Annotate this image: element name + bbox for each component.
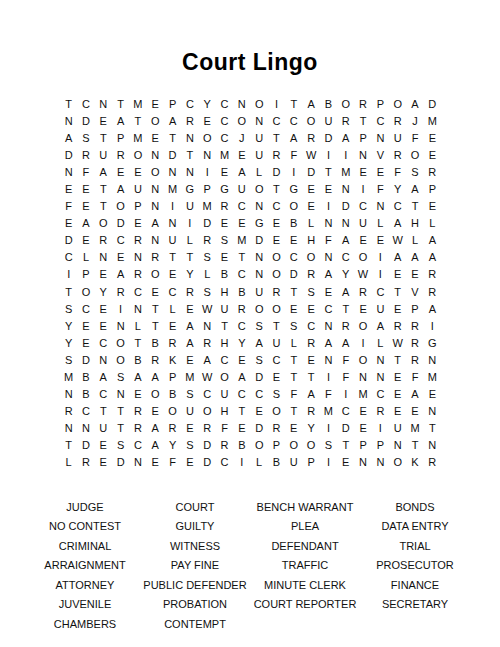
grid-cell[interactable]: G [181, 181, 198, 198]
grid-cell[interactable]: L [199, 266, 216, 283]
grid-cell[interactable]: O [199, 130, 216, 147]
grid-cell[interactable]: H [302, 232, 319, 249]
grid-cell[interactable]: N [372, 369, 389, 386]
grid-cell[interactable]: T [337, 437, 354, 454]
grid-cell[interactable]: N [147, 232, 164, 249]
grid-cell[interactable]: O [147, 266, 164, 283]
grid-cell[interactable]: E [77, 335, 94, 352]
grid-cell[interactable]: R [181, 113, 198, 130]
grid-cell[interactable]: E [164, 318, 181, 335]
grid-cell[interactable]: C [268, 352, 285, 369]
grid-cell[interactable]: D [77, 113, 94, 130]
grid-cell[interactable]: D [60, 232, 77, 249]
grid-cell[interactable]: D [337, 420, 354, 437]
grid-cell[interactable]: U [164, 232, 181, 249]
grid-cell[interactable]: C [216, 113, 233, 130]
grid-cell[interactable]: Y [181, 266, 198, 283]
grid-cell[interactable]: N [60, 386, 77, 403]
grid-cell[interactable]: N [147, 147, 164, 164]
grid-cell[interactable]: G [251, 215, 268, 232]
grid-cell[interactable]: J [406, 113, 423, 130]
grid-cell[interactable]: R [147, 352, 164, 369]
grid-cell[interactable]: E [147, 403, 164, 420]
grid-cell[interactable]: I [60, 266, 77, 283]
grid-cell[interactable]: E [181, 352, 198, 369]
grid-cell[interactable]: U [233, 181, 250, 198]
grid-cell[interactable]: S [199, 284, 216, 301]
grid-cell[interactable]: C [112, 232, 129, 249]
grid-cell[interactable]: T [95, 403, 112, 420]
grid-cell[interactable]: B [216, 266, 233, 283]
grid-cell[interactable]: W [199, 301, 216, 318]
grid-cell[interactable]: I [112, 301, 129, 318]
grid-cell[interactable]: A [285, 130, 302, 147]
grid-cell[interactable]: A [199, 352, 216, 369]
grid-cell[interactable]: Y [302, 420, 319, 437]
grid-cell[interactable]: E [147, 130, 164, 147]
grid-cell[interactable]: I [320, 420, 337, 437]
grid-cell[interactable]: R [337, 113, 354, 130]
grid-cell[interactable]: O [147, 113, 164, 130]
grid-cell[interactable]: J [233, 130, 250, 147]
grid-cell[interactable]: N [129, 249, 146, 266]
grid-cell[interactable]: N [60, 113, 77, 130]
grid-cell[interactable]: C [60, 249, 77, 266]
grid-cell[interactable]: T [285, 403, 302, 420]
grid-cell[interactable]: L [372, 215, 389, 232]
grid-cell[interactable]: D [302, 164, 319, 181]
grid-cell[interactable]: O [112, 335, 129, 352]
grid-cell[interactable]: F [320, 232, 337, 249]
grid-cell[interactable]: C [95, 386, 112, 403]
grid-cell[interactable]: Y [164, 437, 181, 454]
grid-cell[interactable]: L [285, 335, 302, 352]
grid-cell[interactable]: A [372, 318, 389, 335]
grid-cell[interactable]: A [406, 96, 423, 113]
grid-cell[interactable]: S [251, 318, 268, 335]
grid-cell[interactable]: G [424, 335, 441, 352]
grid-cell[interactable]: C [199, 386, 216, 403]
grid-cell[interactable]: R [216, 198, 233, 215]
grid-cell[interactable]: T [406, 437, 423, 454]
grid-cell[interactable]: E [302, 301, 319, 318]
grid-cell[interactable]: E [60, 181, 77, 198]
grid-cell[interactable]: C [372, 113, 389, 130]
grid-cell[interactable]: A [320, 335, 337, 352]
grid-cell[interactable]: N [181, 164, 198, 181]
grid-cell[interactable]: T [181, 147, 198, 164]
grid-cell[interactable]: T [406, 198, 423, 215]
grid-cell[interactable]: N [372, 352, 389, 369]
grid-cell[interactable]: W [302, 147, 319, 164]
grid-cell[interactable]: A [60, 130, 77, 147]
grid-cell[interactable]: N [372, 198, 389, 215]
grid-cell[interactable]: R [233, 301, 250, 318]
grid-cell[interactable]: R [216, 437, 233, 454]
grid-cell[interactable]: F [285, 386, 302, 403]
grid-cell[interactable]: B [233, 437, 250, 454]
grid-cell[interactable]: C [302, 318, 319, 335]
grid-cell[interactable]: D [164, 147, 181, 164]
grid-cell[interactable]: N [95, 96, 112, 113]
grid-cell[interactable]: I [233, 454, 250, 471]
grid-cell[interactable]: P [164, 96, 181, 113]
grid-cell[interactable]: N [354, 369, 371, 386]
grid-cell[interactable]: I [285, 164, 302, 181]
grid-cell[interactable]: W [389, 232, 406, 249]
grid-cell[interactable]: R [199, 420, 216, 437]
grid-cell[interactable]: U [216, 386, 233, 403]
grid-cell[interactable]: T [147, 318, 164, 335]
grid-cell[interactable]: R [389, 113, 406, 130]
grid-cell[interactable]: W [354, 266, 371, 283]
grid-cell[interactable]: E [424, 147, 441, 164]
grid-cell[interactable]: L [251, 454, 268, 471]
grid-cell[interactable]: U [251, 130, 268, 147]
grid-cell[interactable]: A [147, 437, 164, 454]
grid-cell[interactable]: D [251, 369, 268, 386]
grid-cell[interactable]: R [354, 96, 371, 113]
grid-cell[interactable]: R [129, 232, 146, 249]
grid-cell[interactable]: R [389, 147, 406, 164]
grid-cell[interactable]: A [337, 130, 354, 147]
grid-cell[interactable]: E [268, 369, 285, 386]
grid-cell[interactable]: A [112, 266, 129, 283]
grid-cell[interactable]: S [302, 284, 319, 301]
grid-cell[interactable]: A [112, 181, 129, 198]
grid-cell[interactable]: N [147, 198, 164, 215]
grid-cell[interactable]: M [129, 130, 146, 147]
grid-cell[interactable]: E [147, 454, 164, 471]
grid-cell[interactable]: O [354, 352, 371, 369]
grid-cell[interactable]: H [216, 284, 233, 301]
grid-cell[interactable]: O [95, 215, 112, 232]
grid-cell[interactable]: F [337, 352, 354, 369]
grid-cell[interactable]: C [77, 96, 94, 113]
grid-cell[interactable]: O [199, 403, 216, 420]
grid-cell[interactable]: I [320, 454, 337, 471]
grid-cell[interactable]: P [77, 266, 94, 283]
grid-cell[interactable]: T [320, 164, 337, 181]
grid-cell[interactable]: E [424, 130, 441, 147]
grid-cell[interactable]: N [60, 420, 77, 437]
grid-cell[interactable]: S [60, 301, 77, 318]
grid-cell[interactable]: E [95, 266, 112, 283]
grid-cell[interactable]: R [268, 420, 285, 437]
grid-cell[interactable]: N [251, 113, 268, 130]
grid-cell[interactable]: O [354, 318, 371, 335]
grid-cell[interactable]: R [424, 454, 441, 471]
grid-cell[interactable]: R [424, 284, 441, 301]
grid-cell[interactable]: F [320, 386, 337, 403]
grid-cell[interactable]: T [285, 369, 302, 386]
grid-cell[interactable]: M [424, 369, 441, 386]
grid-cell[interactable]: N [112, 386, 129, 403]
grid-cell[interactable]: N [164, 164, 181, 181]
grid-cell[interactable]: U [268, 335, 285, 352]
grid-cell[interactable]: C [372, 386, 389, 403]
grid-cell[interactable]: D [320, 130, 337, 147]
grid-cell[interactable]: T [95, 130, 112, 147]
grid-cell[interactable]: U [216, 301, 233, 318]
grid-cell[interactable]: W [199, 369, 216, 386]
grid-cell[interactable]: R [181, 284, 198, 301]
grid-cell[interactable]: N [354, 147, 371, 164]
grid-cell[interactable]: N [129, 301, 146, 318]
grid-cell[interactable]: O [302, 437, 319, 454]
grid-cell[interactable]: I [268, 96, 285, 113]
grid-cell[interactable]: A [389, 215, 406, 232]
grid-cell[interactable]: O [147, 386, 164, 403]
grid-cell[interactable]: T [302, 369, 319, 386]
grid-cell[interactable]: U [354, 215, 371, 232]
grid-cell[interactable]: E [285, 232, 302, 249]
grid-cell[interactable]: U [95, 147, 112, 164]
grid-cell[interactable]: E [60, 215, 77, 232]
grid-cell[interactable]: N [199, 147, 216, 164]
grid-cell[interactable]: P [372, 437, 389, 454]
grid-cell[interactable]: E [389, 369, 406, 386]
grid-cell[interactable]: S [285, 318, 302, 335]
grid-cell[interactable]: T [60, 437, 77, 454]
grid-cell[interactable]: A [95, 369, 112, 386]
grid-cell[interactable]: E [95, 113, 112, 130]
grid-cell[interactable]: C [337, 249, 354, 266]
grid-cell[interactable]: I [372, 249, 389, 266]
grid-cell[interactable]: I [354, 335, 371, 352]
grid-cell[interactable]: K [164, 352, 181, 369]
grid-cell[interactable]: D [337, 198, 354, 215]
grid-cell[interactable]: C [164, 284, 181, 301]
grid-cell[interactable]: T [147, 301, 164, 318]
grid-cell[interactable]: N [95, 249, 112, 266]
grid-cell[interactable]: O [285, 437, 302, 454]
grid-cell[interactable]: E [112, 249, 129, 266]
grid-cell[interactable]: E [372, 232, 389, 249]
grid-cell[interactable]: P [372, 96, 389, 113]
grid-cell[interactable]: E [77, 318, 94, 335]
grid-cell[interactable]: T [389, 352, 406, 369]
grid-cell[interactable]: D [251, 232, 268, 249]
grid-cell[interactable]: U [129, 181, 146, 198]
grid-cell[interactable]: E [354, 403, 371, 420]
grid-cell[interactable]: E [285, 301, 302, 318]
grid-cell[interactable]: T [268, 130, 285, 147]
grid-cell[interactable]: R [112, 284, 129, 301]
grid-cell[interactable]: E [354, 164, 371, 181]
grid-cell[interactable]: D [251, 420, 268, 437]
grid-cell[interactable]: N [320, 249, 337, 266]
grid-cell[interactable]: N [233, 96, 250, 113]
grid-cell[interactable]: O [406, 147, 423, 164]
grid-cell[interactable]: A [95, 164, 112, 181]
grid-cell[interactable]: E [216, 215, 233, 232]
grid-cell[interactable]: N [60, 164, 77, 181]
grid-cell[interactable]: E [233, 215, 250, 232]
grid-cell[interactable]: T [164, 249, 181, 266]
grid-cell[interactable]: T [337, 301, 354, 318]
grid-cell[interactable]: M [406, 420, 423, 437]
grid-cell[interactable]: C [268, 113, 285, 130]
grid-cell[interactable]: L [302, 215, 319, 232]
grid-cell[interactable]: A [389, 249, 406, 266]
grid-cell[interactable]: N [424, 352, 441, 369]
grid-cell[interactable]: Y [389, 181, 406, 198]
grid-cell[interactable]: M [354, 386, 371, 403]
grid-cell[interactable]: M [181, 369, 198, 386]
grid-cell[interactable]: E [406, 266, 423, 283]
grid-cell[interactable]: O [251, 301, 268, 318]
grid-cell[interactable]: E [320, 284, 337, 301]
grid-cell[interactable]: N [320, 352, 337, 369]
grid-cell[interactable]: T [181, 249, 198, 266]
grid-cell[interactable]: T [268, 181, 285, 198]
grid-cell[interactable]: U [251, 284, 268, 301]
grid-cell[interactable]: F [216, 420, 233, 437]
grid-cell[interactable]: P [354, 130, 371, 147]
grid-cell[interactable]: F [389, 164, 406, 181]
grid-cell[interactable]: O [129, 147, 146, 164]
grid-cell[interactable]: L [372, 335, 389, 352]
grid-cell[interactable]: H [406, 215, 423, 232]
grid-cell[interactable]: P [129, 198, 146, 215]
grid-cell[interactable]: D [424, 96, 441, 113]
grid-cell[interactable]: M [129, 96, 146, 113]
grid-cell[interactable]: E [95, 318, 112, 335]
grid-cell[interactable]: C [95, 335, 112, 352]
grid-cell[interactable]: D [285, 266, 302, 283]
grid-cell[interactable]: A [233, 369, 250, 386]
grid-cell[interactable]: E [181, 301, 198, 318]
grid-cell[interactable]: P [302, 454, 319, 471]
grid-cell[interactable]: M [233, 232, 250, 249]
grid-cell[interactable]: R [354, 284, 371, 301]
grid-cell[interactable]: N [181, 130, 198, 147]
grid-cell[interactable]: O [233, 113, 250, 130]
grid-cell[interactable]: E [268, 232, 285, 249]
grid-cell[interactable]: E [389, 386, 406, 403]
grid-cell[interactable]: H [216, 335, 233, 352]
grid-cell[interactable]: T [354, 113, 371, 130]
grid-cell[interactable]: R [302, 403, 319, 420]
grid-cell[interactable]: F [77, 164, 94, 181]
grid-cell[interactable]: R [199, 335, 216, 352]
grid-cell[interactable]: T [129, 335, 146, 352]
grid-cell[interactable]: D [199, 215, 216, 232]
grid-cell[interactable]: I [424, 318, 441, 335]
grid-cell[interactable]: T [233, 249, 250, 266]
grid-cell[interactable]: I [337, 147, 354, 164]
grid-cell[interactable]: L [164, 301, 181, 318]
grid-cell[interactable]: L [181, 232, 198, 249]
grid-cell[interactable]: E [285, 420, 302, 437]
grid-cell[interactable]: N [251, 266, 268, 283]
grid-cell[interactable]: U [389, 420, 406, 437]
grid-cell[interactable]: E [181, 420, 198, 437]
grid-cell[interactable]: N [251, 198, 268, 215]
grid-cell[interactable]: Y [337, 266, 354, 283]
grid-cell[interactable]: E [354, 301, 371, 318]
grid-cell[interactable]: R [77, 147, 94, 164]
grid-cell[interactable]: L [60, 454, 77, 471]
grid-cell[interactable]: U [251, 147, 268, 164]
grid-cell[interactable]: R [129, 420, 146, 437]
grid-cell[interactable]: I [320, 369, 337, 386]
grid-cell[interactable]: N [354, 454, 371, 471]
grid-cell[interactable]: C [181, 96, 198, 113]
grid-cell[interactable]: Y [60, 335, 77, 352]
grid-cell[interactable]: E [389, 301, 406, 318]
grid-cell[interactable]: C [320, 301, 337, 318]
grid-cell[interactable]: T [285, 96, 302, 113]
grid-cell[interactable]: S [199, 249, 216, 266]
grid-cell[interactable]: R [406, 318, 423, 335]
grid-cell[interactable]: C [285, 113, 302, 130]
grid-cell[interactable]: E [77, 232, 94, 249]
grid-cell[interactable]: R [406, 352, 423, 369]
grid-cell[interactable]: O [302, 249, 319, 266]
grid-cell[interactable]: O [268, 266, 285, 283]
grid-cell[interactable]: S [268, 386, 285, 403]
grid-cell[interactable]: B [77, 369, 94, 386]
grid-cell[interactable]: S [320, 437, 337, 454]
grid-cell[interactable]: B [285, 215, 302, 232]
grid-cell[interactable]: D [60, 147, 77, 164]
grid-cell[interactable]: W [389, 335, 406, 352]
grid-cell[interactable]: R [406, 335, 423, 352]
grid-cell[interactable]: E [181, 454, 198, 471]
grid-cell[interactable]: A [424, 232, 441, 249]
grid-cell[interactable]: A [320, 266, 337, 283]
grid-cell[interactable]: A [302, 386, 319, 403]
grid-cell[interactable]: T [112, 420, 129, 437]
grid-cell[interactable]: T [268, 318, 285, 335]
grid-cell[interactable]: A [147, 420, 164, 437]
grid-cell[interactable]: S [77, 130, 94, 147]
grid-cell[interactable]: I [199, 164, 216, 181]
grid-cell[interactable]: D [199, 437, 216, 454]
grid-cell[interactable]: S [406, 164, 423, 181]
grid-cell[interactable]: T [112, 403, 129, 420]
grid-cell[interactable]: E [77, 198, 94, 215]
grid-cell[interactable]: S [112, 437, 129, 454]
grid-cell[interactable]: F [372, 181, 389, 198]
grid-cell[interactable]: E [147, 96, 164, 113]
grid-cell[interactable]: M [60, 369, 77, 386]
grid-cell[interactable]: A [233, 164, 250, 181]
grid-cell[interactable]: C [268, 198, 285, 215]
grid-cell[interactable]: O [112, 352, 129, 369]
grid-cell[interactable]: L [424, 215, 441, 232]
grid-cell[interactable]: M [424, 113, 441, 130]
grid-cell[interactable]: C [251, 386, 268, 403]
grid-cell[interactable]: N [251, 249, 268, 266]
grid-cell[interactable]: R [302, 266, 319, 283]
grid-cell[interactable]: R [60, 403, 77, 420]
grid-cell[interactable]: F [406, 369, 423, 386]
grid-cell[interactable]: C [233, 318, 250, 335]
grid-cell[interactable]: A [337, 335, 354, 352]
grid-cell[interactable]: N [372, 130, 389, 147]
grid-cell[interactable]: L [251, 164, 268, 181]
grid-cell[interactable]: O [337, 96, 354, 113]
grid-cell[interactable]: R [95, 232, 112, 249]
grid-cell[interactable]: A [112, 113, 129, 130]
grid-cell[interactable]: U [389, 130, 406, 147]
grid-cell[interactable]: T [216, 318, 233, 335]
grid-cell[interactable]: F [285, 147, 302, 164]
grid-cell[interactable]: O [112, 198, 129, 215]
